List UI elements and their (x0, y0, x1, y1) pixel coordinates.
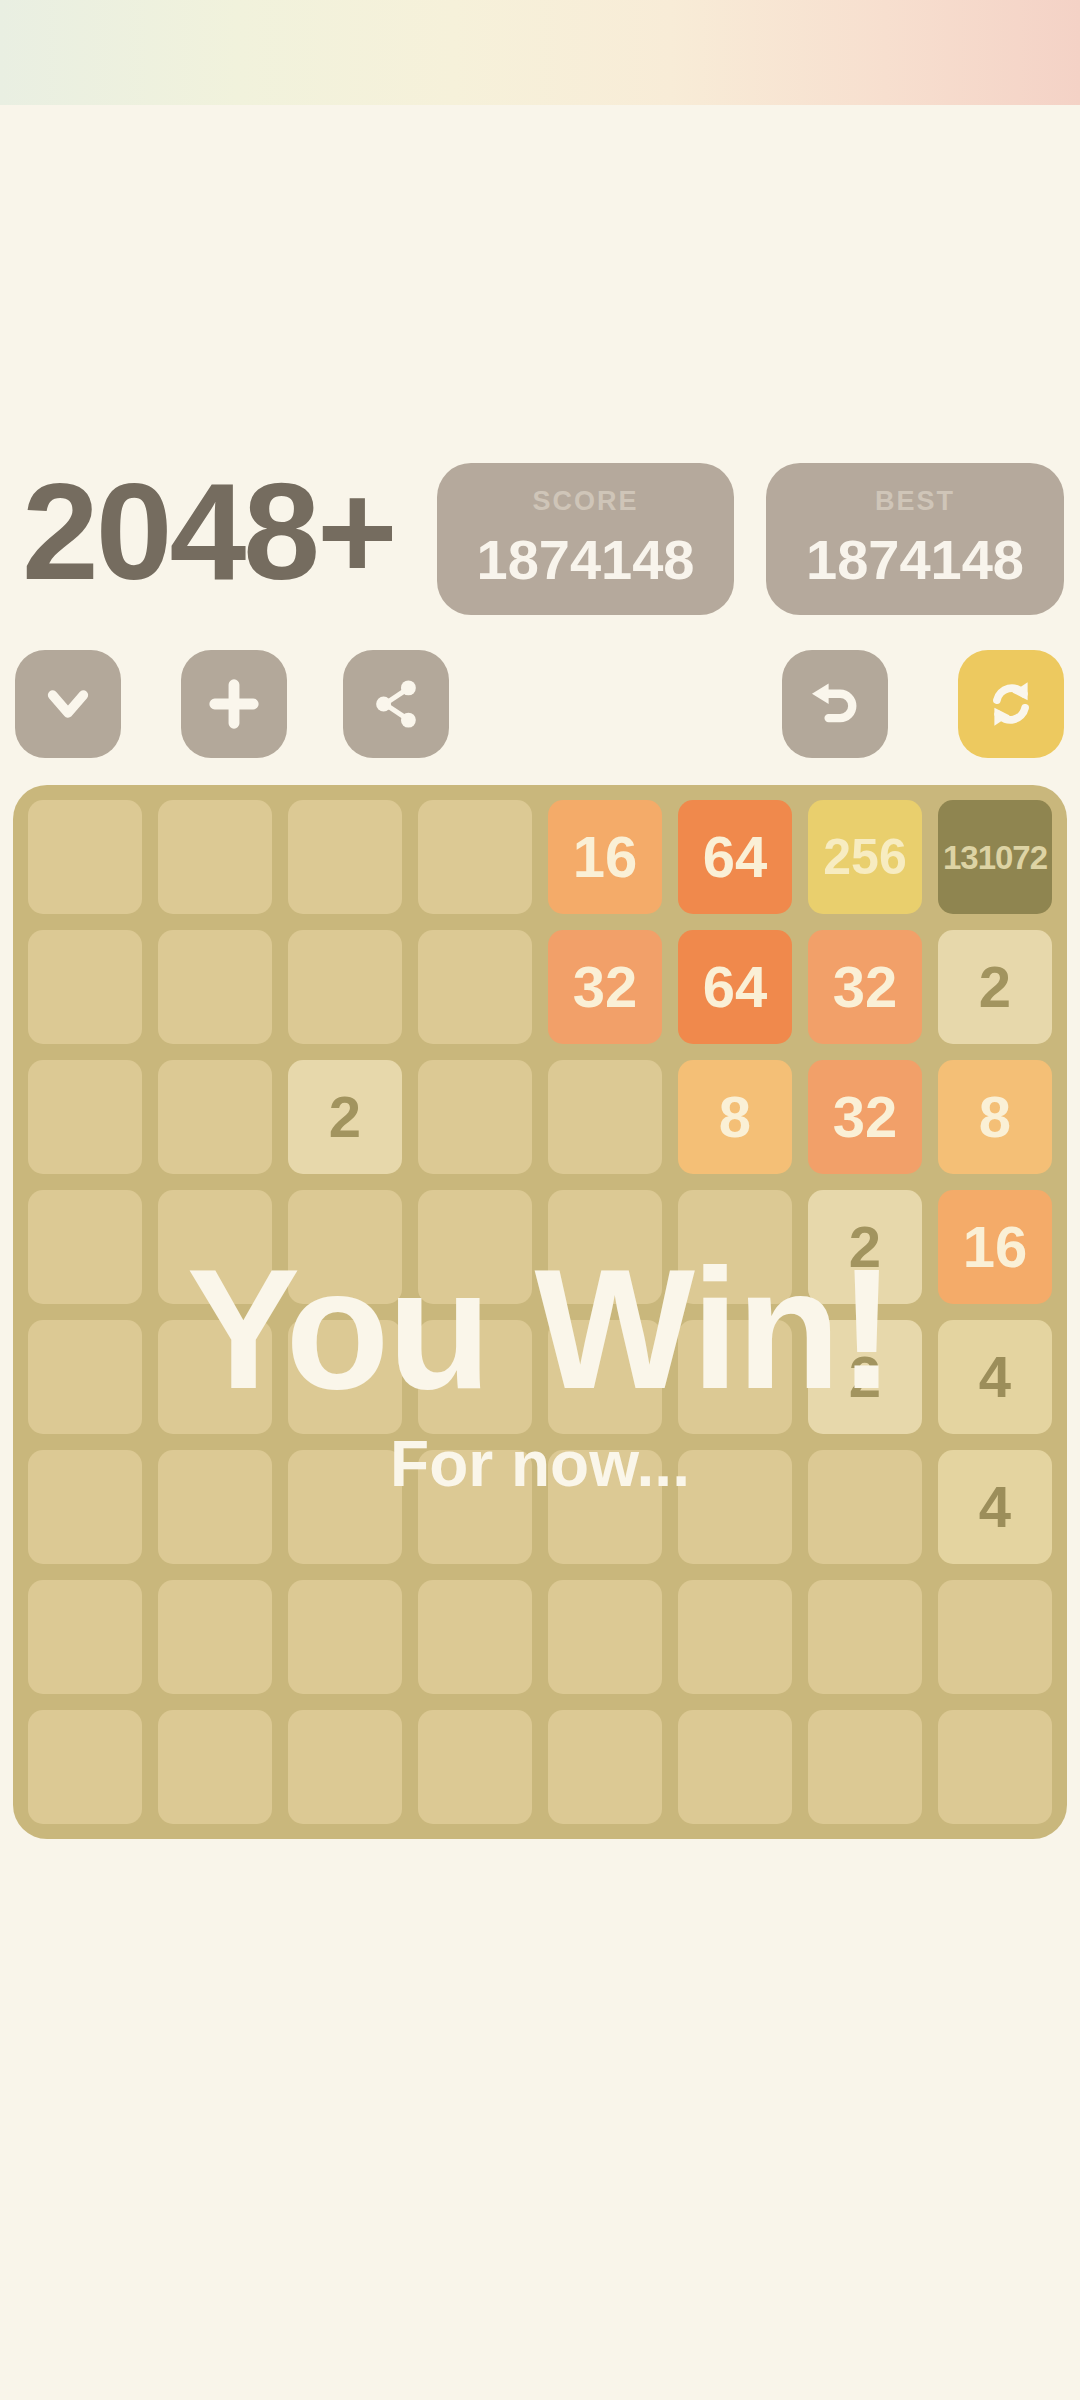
empty-cell (158, 800, 272, 914)
empty-cell (418, 1580, 532, 1694)
plus-icon (202, 672, 266, 736)
share-button[interactable] (343, 650, 449, 758)
empty-cell (288, 800, 402, 914)
empty-cell (158, 1580, 272, 1694)
empty-cell (808, 1710, 922, 1824)
empty-cell (158, 930, 272, 1044)
empty-cell (678, 1580, 792, 1694)
empty-cell (548, 1060, 662, 1174)
tile-256: 256 (808, 800, 922, 914)
empty-cell (158, 1710, 272, 1824)
empty-cell (288, 930, 402, 1044)
restart-button[interactable] (958, 650, 1064, 758)
collapse-button[interactable] (15, 650, 121, 758)
empty-cell (288, 1580, 402, 1694)
empty-cell (938, 1710, 1052, 1824)
best-label: BEST (875, 486, 955, 517)
game-board[interactable]: 1664256131072326432228328216244 You Win!… (13, 785, 1067, 1839)
chevron-down-icon (36, 672, 100, 736)
tile-32: 32 (548, 930, 662, 1044)
tile-32: 32 (808, 1060, 922, 1174)
empty-cell (158, 1060, 272, 1174)
win-submessage: For now... (13, 1432, 1067, 1496)
tile-8: 8 (938, 1060, 1052, 1174)
app-title: 2048+ (22, 462, 395, 600)
tile-64: 64 (678, 800, 792, 914)
undo-icon (803, 672, 867, 736)
empty-cell (548, 1710, 662, 1824)
share-icon (365, 673, 427, 735)
tile-131072: 131072 (938, 800, 1052, 914)
empty-cell (548, 1580, 662, 1694)
tile-32: 32 (808, 930, 922, 1044)
tile-16: 16 (548, 800, 662, 914)
refresh-icon (979, 672, 1043, 736)
empty-cell (288, 1710, 402, 1824)
tile-2: 2 (938, 930, 1052, 1044)
status-gradient-bar (0, 0, 1080, 105)
empty-cell (28, 800, 142, 914)
score-box: SCORE 1874148 (437, 463, 734, 615)
tile-2: 2 (288, 1060, 402, 1174)
empty-cell (678, 1710, 792, 1824)
empty-cell (28, 930, 142, 1044)
win-message: You Win! (13, 1244, 1067, 1414)
score-value: 1874148 (476, 527, 694, 592)
score-label: SCORE (532, 486, 638, 517)
empty-cell (418, 1060, 532, 1174)
empty-cell (28, 1710, 142, 1824)
best-value: 1874148 (806, 527, 1024, 592)
tile-8: 8 (678, 1060, 792, 1174)
add-button[interactable] (181, 650, 287, 758)
empty-cell (28, 1580, 142, 1694)
empty-cell (418, 800, 532, 914)
empty-cell (808, 1580, 922, 1694)
empty-cell (28, 1060, 142, 1174)
empty-cell (418, 930, 532, 1044)
undo-button[interactable] (782, 650, 888, 758)
empty-cell (418, 1710, 532, 1824)
empty-cell (938, 1580, 1052, 1694)
tile-64: 64 (678, 930, 792, 1044)
best-box: BEST 1874148 (766, 463, 1064, 615)
